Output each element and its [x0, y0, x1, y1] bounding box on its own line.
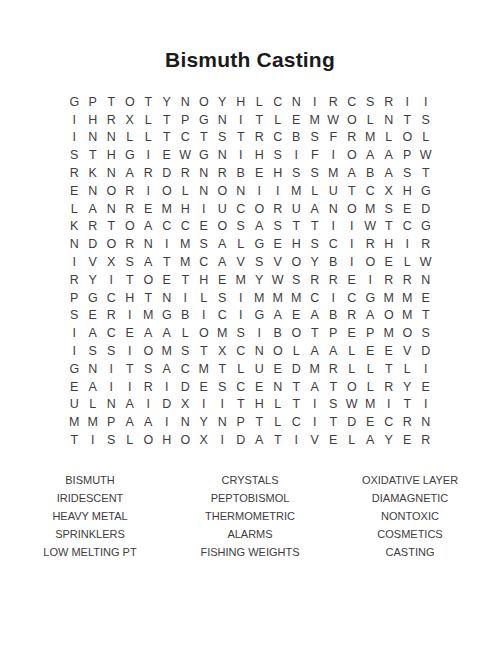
grid-cell-r12c18[interactable]: M — [380, 289, 399, 307]
grid-cell-r4c2[interactable]: T — [84, 146, 103, 164]
grid-cell-r19c6[interactable]: I — [158, 413, 177, 431]
grid-cell-r11c6[interactable]: E — [158, 271, 177, 289]
grid-cell-r7c8[interactable]: I — [195, 200, 214, 218]
grid-cell-r9c17[interactable]: R — [361, 235, 380, 253]
grid-cell-r10c6[interactable]: T — [158, 253, 177, 271]
grid-cell-r1c5[interactable]: T — [139, 93, 158, 111]
grid-cell-r19c20[interactable]: N — [417, 413, 436, 431]
grid-cell-r3c16[interactable]: R — [343, 129, 362, 147]
grid-cell-r16c11[interactable]: U — [250, 360, 269, 378]
grid-cell-r18c16[interactable]: W — [343, 396, 362, 414]
grid-cell-r1c8[interactable]: O — [195, 93, 214, 111]
grid-cell-r8c5[interactable]: A — [139, 218, 158, 236]
grid-cell-r19c12[interactable]: L — [269, 413, 288, 431]
grid-cell-r15c15[interactable]: A — [324, 342, 343, 360]
grid-cell-r20c13[interactable]: I — [287, 431, 306, 449]
grid-cell-r5c1[interactable]: R — [65, 164, 84, 182]
grid-cell-r10c4[interactable]: S — [121, 253, 140, 271]
grid-cell-r16c16[interactable]: L — [343, 360, 362, 378]
grid-cell-r13c2[interactable]: E — [84, 307, 103, 325]
grid-cell-r3c6[interactable]: T — [158, 129, 177, 147]
grid-cell-r7c17[interactable]: M — [361, 200, 380, 218]
grid-cell-r2c13[interactable]: E — [287, 111, 306, 129]
grid-cell-r3c10[interactable]: T — [232, 129, 251, 147]
grid-cell-r10c12[interactable]: V — [269, 253, 288, 271]
grid-cell-r16c7[interactable]: C — [176, 360, 195, 378]
grid-cell-r15c13[interactable]: L — [287, 342, 306, 360]
grid-cell-r13c16[interactable]: R — [343, 307, 362, 325]
grid-cell-r4c7[interactable]: W — [176, 146, 195, 164]
grid-cell-r12c14[interactable]: C — [306, 289, 325, 307]
grid-cell-r10c19[interactable]: L — [398, 253, 417, 271]
grid-cell-r20c11[interactable]: A — [250, 431, 269, 449]
grid-cell-r17c13[interactable]: T — [287, 378, 306, 396]
grid-cell-r17c16[interactable]: O — [343, 378, 362, 396]
grid-cell-r13c3[interactable]: R — [102, 307, 121, 325]
grid-cell-r18c18[interactable]: I — [380, 396, 399, 414]
grid-cell-r12c4[interactable]: H — [121, 289, 140, 307]
grid-cell-r8c7[interactable]: C — [176, 218, 195, 236]
grid-cell-r12c17[interactable]: G — [361, 289, 380, 307]
grid-cell-r18c7[interactable]: X — [176, 396, 195, 414]
grid-cell-r14c12[interactable]: B — [269, 324, 288, 342]
grid-cell-r4c18[interactable]: A — [380, 146, 399, 164]
grid-cell-r12c5[interactable]: T — [139, 289, 158, 307]
grid-cell-r15c2[interactable]: S — [84, 342, 103, 360]
grid-cell-r12c7[interactable]: I — [176, 289, 195, 307]
grid-cell-r15c5[interactable]: O — [139, 342, 158, 360]
grid-cell-r20c19[interactable]: E — [398, 431, 417, 449]
grid-cell-r2c14[interactable]: M — [306, 111, 325, 129]
grid-cell-r9c7[interactable]: M — [176, 235, 195, 253]
grid-cell-r6c8[interactable]: N — [195, 182, 214, 200]
grid-cell-r9c1[interactable]: N — [65, 235, 84, 253]
grid-cell-r12c3[interactable]: C — [102, 289, 121, 307]
grid-cell-r20c7[interactable]: O — [176, 431, 195, 449]
grid-cell-r9c10[interactable]: L — [232, 235, 251, 253]
grid-cell-r16c10[interactable]: L — [232, 360, 251, 378]
grid-cell-r13c5[interactable]: M — [139, 307, 158, 325]
grid-cell-r16c8[interactable]: M — [195, 360, 214, 378]
grid-cell-r19c19[interactable]: R — [398, 413, 417, 431]
grid-cell-r14c13[interactable]: O — [287, 324, 306, 342]
grid-cell-r3c1[interactable]: I — [65, 129, 84, 147]
grid-cell-r9c8[interactable]: S — [195, 235, 214, 253]
grid-cell-r1c19[interactable]: I — [398, 93, 417, 111]
grid-cell-r2c12[interactable]: L — [269, 111, 288, 129]
grid-cell-r3c2[interactable]: N — [84, 129, 103, 147]
grid-cell-r1c7[interactable]: N — [176, 93, 195, 111]
grid-cell-r2c11[interactable]: T — [250, 111, 269, 129]
grid-cell-r20c12[interactable]: T — [269, 431, 288, 449]
grid-cell-r7c13[interactable]: U — [287, 200, 306, 218]
grid-cell-r12c2[interactable]: G — [84, 289, 103, 307]
grid-cell-r3c13[interactable]: B — [287, 129, 306, 147]
grid-cell-r5c18[interactable]: A — [380, 164, 399, 182]
grid-cell-r10c1[interactable]: I — [65, 253, 84, 271]
grid-cell-r3c17[interactable]: M — [361, 129, 380, 147]
grid-cell-r6c5[interactable]: I — [139, 182, 158, 200]
grid-cell-r18c17[interactable]: M — [361, 396, 380, 414]
grid-cell-r16c1[interactable]: G — [65, 360, 84, 378]
grid-cell-r7c15[interactable]: N — [324, 200, 343, 218]
grid-cell-r6c17[interactable]: C — [361, 182, 380, 200]
grid-cell-r13c9[interactable]: C — [213, 307, 232, 325]
grid-cell-r13c6[interactable]: G — [158, 307, 177, 325]
grid-cell-r8c11[interactable]: A — [250, 218, 269, 236]
grid-cell-r11c11[interactable]: Y — [250, 271, 269, 289]
grid-cell-r4c14[interactable]: F — [306, 146, 325, 164]
grid-cell-r18c2[interactable]: L — [84, 396, 103, 414]
grid-cell-r11c8[interactable]: H — [195, 271, 214, 289]
grid-cell-r1c10[interactable]: H — [232, 93, 251, 111]
grid-cell-r11c4[interactable]: T — [121, 271, 140, 289]
grid-cell-r20c17[interactable]: A — [361, 431, 380, 449]
grid-cell-r3c4[interactable]: L — [121, 129, 140, 147]
grid-cell-r14c10[interactable]: S — [232, 324, 251, 342]
grid-cell-r6c7[interactable]: L — [176, 182, 195, 200]
grid-cell-r17c2[interactable]: A — [84, 378, 103, 396]
grid-cell-r13c20[interactable]: T — [417, 307, 436, 325]
grid-cell-r17c5[interactable]: R — [139, 378, 158, 396]
grid-cell-r4c19[interactable]: P — [398, 146, 417, 164]
grid-cell-r14c14[interactable]: T — [306, 324, 325, 342]
grid-cell-r7c20[interactable]: D — [417, 200, 436, 218]
grid-cell-r1c9[interactable]: Y — [213, 93, 232, 111]
grid-cell-r9c11[interactable]: G — [250, 235, 269, 253]
grid-cell-r12c12[interactable]: M — [269, 289, 288, 307]
grid-cell-r18c20[interactable]: I — [417, 396, 436, 414]
grid-cell-r15c9[interactable]: X — [213, 342, 232, 360]
grid-cell-r8c15[interactable]: I — [324, 218, 343, 236]
grid-cell-r16c15[interactable]: R — [324, 360, 343, 378]
grid-cell-r13c13[interactable]: E — [287, 307, 306, 325]
grid-cell-r7c10[interactable]: C — [232, 200, 251, 218]
grid-cell-r3c15[interactable]: F — [324, 129, 343, 147]
grid-cell-r9c5[interactable]: N — [139, 235, 158, 253]
grid-cell-r13c19[interactable]: M — [398, 307, 417, 325]
grid-cell-r16c14[interactable]: M — [306, 360, 325, 378]
grid-cell-r20c16[interactable]: L — [343, 431, 362, 449]
grid-cell-r14c16[interactable]: E — [343, 324, 362, 342]
grid-cell-r6c20[interactable]: G — [417, 182, 436, 200]
grid-cell-r18c14[interactable]: I — [306, 396, 325, 414]
grid-cell-r19c17[interactable]: E — [361, 413, 380, 431]
grid-cell-r10c8[interactable]: C — [195, 253, 214, 271]
grid-cell-r2c16[interactable]: O — [343, 111, 362, 129]
grid-cell-r5c11[interactable]: E — [250, 164, 269, 182]
grid-cell-r11c13[interactable]: S — [287, 271, 306, 289]
grid-cell-r8c16[interactable]: I — [343, 218, 362, 236]
grid-cell-r18c1[interactable]: U — [65, 396, 84, 414]
grid-cell-r13c1[interactable]: S — [65, 307, 84, 325]
grid-cell-r11c3[interactable]: I — [102, 271, 121, 289]
grid-cell-r17c18[interactable]: R — [380, 378, 399, 396]
grid-cell-r18c13[interactable]: T — [287, 396, 306, 414]
grid-cell-r8c14[interactable]: T — [306, 218, 325, 236]
grid-cell-r2c7[interactable]: P — [176, 111, 195, 129]
grid-cell-r11c20[interactable]: N — [417, 271, 436, 289]
grid-cell-r3c3[interactable]: N — [102, 129, 121, 147]
grid-cell-r6c4[interactable]: R — [121, 182, 140, 200]
grid-cell-r4c8[interactable]: G — [195, 146, 214, 164]
grid-cell-r10c13[interactable]: O — [287, 253, 306, 271]
grid-cell-r18c6[interactable]: D — [158, 396, 177, 414]
grid-cell-r8c9[interactable]: O — [213, 218, 232, 236]
grid-cell-r1c6[interactable]: Y — [158, 93, 177, 111]
grid-cell-r10c11[interactable]: S — [250, 253, 269, 271]
grid-cell-r18c8[interactable]: I — [195, 396, 214, 414]
grid-cell-r13c11[interactable]: G — [250, 307, 269, 325]
grid-cell-r4c10[interactable]: I — [232, 146, 251, 164]
grid-cell-r19c16[interactable]: D — [343, 413, 362, 431]
grid-cell-r12c15[interactable]: I — [324, 289, 343, 307]
grid-cell-r5c8[interactable]: N — [195, 164, 214, 182]
grid-cell-r2c9[interactable]: N — [213, 111, 232, 129]
grid-cell-r16c4[interactable]: T — [121, 360, 140, 378]
grid-cell-r10c3[interactable]: X — [102, 253, 121, 271]
grid-cell-r2c19[interactable]: T — [398, 111, 417, 129]
grid-cell-r7c11[interactable]: O — [250, 200, 269, 218]
grid-cell-r2c20[interactable]: S — [417, 111, 436, 129]
grid-cell-r4c5[interactable]: I — [139, 146, 158, 164]
grid-cell-r11c7[interactable]: T — [176, 271, 195, 289]
grid-cell-r18c5[interactable]: I — [139, 396, 158, 414]
grid-cell-r14c19[interactable]: O — [398, 324, 417, 342]
grid-cell-r17c20[interactable]: E — [417, 378, 436, 396]
grid-cell-r1c14[interactable]: I — [306, 93, 325, 111]
grid-cell-r17c14[interactable]: A — [306, 378, 325, 396]
grid-cell-r17c9[interactable]: S — [213, 378, 232, 396]
grid-cell-r19c10[interactable]: P — [232, 413, 251, 431]
grid-cell-r16c2[interactable]: N — [84, 360, 103, 378]
grid-cell-r6c9[interactable]: O — [213, 182, 232, 200]
grid-cell-r10c10[interactable]: V — [232, 253, 251, 271]
grid-cell-r12c6[interactable]: N — [158, 289, 177, 307]
grid-cell-r9c20[interactable]: R — [417, 235, 436, 253]
grid-cell-r4c3[interactable]: H — [102, 146, 121, 164]
grid-cell-r5c3[interactable]: N — [102, 164, 121, 182]
grid-cell-r5c10[interactable]: B — [232, 164, 251, 182]
grid-cell-r7c3[interactable]: N — [102, 200, 121, 218]
grid-cell-r13c7[interactable]: B — [176, 307, 195, 325]
grid-cell-r5c6[interactable]: D — [158, 164, 177, 182]
grid-cell-r17c4[interactable]: I — [121, 378, 140, 396]
grid-cell-r15c19[interactable]: V — [398, 342, 417, 360]
grid-cell-r12c10[interactable]: I — [232, 289, 251, 307]
grid-cell-r19c8[interactable]: Y — [195, 413, 214, 431]
grid-cell-r15c4[interactable]: I — [121, 342, 140, 360]
grid-cell-r2c17[interactable]: L — [361, 111, 380, 129]
grid-cell-r3c12[interactable]: C — [269, 129, 288, 147]
grid-cell-r9c19[interactable]: I — [398, 235, 417, 253]
grid-cell-r10c15[interactable]: B — [324, 253, 343, 271]
grid-cell-r1c18[interactable]: R — [380, 93, 399, 111]
grid-cell-r8c18[interactable]: T — [380, 218, 399, 236]
grid-cell-r3c5[interactable]: L — [139, 129, 158, 147]
grid-cell-r14c1[interactable]: I — [65, 324, 84, 342]
grid-cell-r15c6[interactable]: M — [158, 342, 177, 360]
grid-cell-r4c13[interactable]: I — [287, 146, 306, 164]
grid-cell-r17c15[interactable]: T — [324, 378, 343, 396]
grid-cell-r19c1[interactable]: M — [65, 413, 84, 431]
grid-cell-r1c13[interactable]: N — [287, 93, 306, 111]
grid-cell-r3c8[interactable]: T — [195, 129, 214, 147]
grid-cell-r6c18[interactable]: X — [380, 182, 399, 200]
grid-cell-r5c4[interactable]: A — [121, 164, 140, 182]
grid-cell-r14c4[interactable]: E — [121, 324, 140, 342]
grid-cell-r10c20[interactable]: W — [417, 253, 436, 271]
grid-cell-r18c9[interactable]: I — [213, 396, 232, 414]
grid-cell-r6c3[interactable]: O — [102, 182, 121, 200]
grid-cell-r12c19[interactable]: M — [398, 289, 417, 307]
grid-cell-r1c4[interactable]: O — [121, 93, 140, 111]
grid-cell-r19c3[interactable]: P — [102, 413, 121, 431]
grid-cell-r17c3[interactable]: I — [102, 378, 121, 396]
grid-cell-r20c5[interactable]: O — [139, 431, 158, 449]
grid-cell-r12c8[interactable]: L — [195, 289, 214, 307]
grid-cell-r9c2[interactable]: D — [84, 235, 103, 253]
grid-cell-r20c10[interactable]: D — [232, 431, 251, 449]
grid-cell-r6c19[interactable]: H — [398, 182, 417, 200]
grid-cell-r2c3[interactable]: R — [102, 111, 121, 129]
grid-cell-r19c7[interactable]: N — [176, 413, 195, 431]
grid-cell-r5c17[interactable]: B — [361, 164, 380, 182]
grid-cell-r15c18[interactable]: E — [380, 342, 399, 360]
grid-cell-r6c14[interactable]: L — [306, 182, 325, 200]
grid-cell-r6c10[interactable]: N — [232, 182, 251, 200]
grid-cell-r10c9[interactable]: A — [213, 253, 232, 271]
grid-cell-r5c19[interactable]: S — [398, 164, 417, 182]
grid-cell-r3c11[interactable]: R — [250, 129, 269, 147]
grid-cell-r11c15[interactable]: R — [324, 271, 343, 289]
grid-cell-r18c4[interactable]: A — [121, 396, 140, 414]
grid-cell-r19c11[interactable]: T — [250, 413, 269, 431]
grid-cell-r3c7[interactable]: C — [176, 129, 195, 147]
grid-cell-r4c15[interactable]: I — [324, 146, 343, 164]
grid-cell-r11c2[interactable]: Y — [84, 271, 103, 289]
grid-cell-r10c5[interactable]: A — [139, 253, 158, 271]
grid-cell-r19c15[interactable]: T — [324, 413, 343, 431]
grid-cell-r1c11[interactable]: L — [250, 93, 269, 111]
grid-cell-r6c13[interactable]: M — [287, 182, 306, 200]
grid-cell-r13c14[interactable]: A — [306, 307, 325, 325]
grid-cell-r16c3[interactable]: I — [102, 360, 121, 378]
grid-cell-r9c3[interactable]: O — [102, 235, 121, 253]
grid-cell-r1c1[interactable]: G — [65, 93, 84, 111]
grid-cell-r7c5[interactable]: E — [139, 200, 158, 218]
grid-cell-r19c14[interactable]: I — [306, 413, 325, 431]
grid-cell-r18c12[interactable]: L — [269, 396, 288, 414]
grid-cell-r11c18[interactable]: R — [380, 271, 399, 289]
grid-cell-r20c9[interactable]: I — [213, 431, 232, 449]
grid-cell-r20c3[interactable]: S — [102, 431, 121, 449]
grid-cell-r15c12[interactable]: O — [269, 342, 288, 360]
grid-cell-r5c20[interactable]: T — [417, 164, 436, 182]
grid-cell-r20c14[interactable]: V — [306, 431, 325, 449]
grid-cell-r20c20[interactable]: R — [417, 431, 436, 449]
grid-cell-r6c12[interactable]: I — [269, 182, 288, 200]
grid-cell-r6c6[interactable]: O — [158, 182, 177, 200]
grid-cell-r11c14[interactable]: R — [306, 271, 325, 289]
grid-cell-r11c10[interactable]: M — [232, 271, 251, 289]
grid-cell-r9c13[interactable]: H — [287, 235, 306, 253]
grid-cell-r9c14[interactable]: S — [306, 235, 325, 253]
grid-cell-r4c12[interactable]: S — [269, 146, 288, 164]
grid-cell-r20c15[interactable]: E — [324, 431, 343, 449]
grid-cell-r8c1[interactable]: K — [65, 218, 84, 236]
grid-cell-r2c5[interactable]: L — [139, 111, 158, 129]
grid-cell-r20c8[interactable]: X — [195, 431, 214, 449]
grid-cell-r3c18[interactable]: L — [380, 129, 399, 147]
grid-cell-r9c6[interactable]: I — [158, 235, 177, 253]
grid-cell-r8c3[interactable]: T — [102, 218, 121, 236]
grid-cell-r17c12[interactable]: N — [269, 378, 288, 396]
grid-cell-r5c16[interactable]: A — [343, 164, 362, 182]
grid-cell-r19c2[interactable]: M — [84, 413, 103, 431]
grid-cell-r11c16[interactable]: E — [343, 271, 362, 289]
grid-cell-r12c13[interactable]: M — [287, 289, 306, 307]
grid-cell-r6c1[interactable]: E — [65, 182, 84, 200]
grid-cell-r5c13[interactable]: S — [287, 164, 306, 182]
grid-cell-r7c4[interactable]: R — [121, 200, 140, 218]
grid-cell-r7c19[interactable]: E — [398, 200, 417, 218]
grid-cell-r19c13[interactable]: C — [287, 413, 306, 431]
grid-cell-r15c1[interactable]: I — [65, 342, 84, 360]
grid-cell-r15c10[interactable]: C — [232, 342, 251, 360]
grid-cell-r11c19[interactable]: R — [398, 271, 417, 289]
grid-cell-r5c5[interactable]: R — [139, 164, 158, 182]
grid-cell-r11c17[interactable]: I — [361, 271, 380, 289]
grid-cell-r18c19[interactable]: T — [398, 396, 417, 414]
grid-cell-r3c20[interactable]: L — [417, 129, 436, 147]
grid-cell-r19c4[interactable]: A — [121, 413, 140, 431]
grid-cell-r4c20[interactable]: W — [417, 146, 436, 164]
grid-cell-r5c7[interactable]: R — [176, 164, 195, 182]
grid-cell-r16c6[interactable]: A — [158, 360, 177, 378]
grid-cell-r8c12[interactable]: S — [269, 218, 288, 236]
grid-cell-r16c19[interactable]: L — [398, 360, 417, 378]
grid-cell-r12c9[interactable]: S — [213, 289, 232, 307]
grid-cell-r19c9[interactable]: N — [213, 413, 232, 431]
grid-cell-r17c10[interactable]: C — [232, 378, 251, 396]
grid-cell-r7c12[interactable]: R — [269, 200, 288, 218]
grid-cell-r14c2[interactable]: A — [84, 324, 103, 342]
grid-cell-r15c8[interactable]: T — [195, 342, 214, 360]
grid-cell-r4c4[interactable]: G — [121, 146, 140, 164]
grid-cell-r14c7[interactable]: L — [176, 324, 195, 342]
grid-cell-r1c16[interactable]: C — [343, 93, 362, 111]
grid-cell-r10c17[interactable]: O — [361, 253, 380, 271]
grid-cell-r16c5[interactable]: S — [139, 360, 158, 378]
grid-cell-r11c9[interactable]: E — [213, 271, 232, 289]
grid-cell-r14c9[interactable]: M — [213, 324, 232, 342]
grid-cell-r2c18[interactable]: N — [380, 111, 399, 129]
grid-cell-r11c12[interactable]: W — [269, 271, 288, 289]
grid-cell-r14c20[interactable]: S — [417, 324, 436, 342]
grid-cell-r13c10[interactable]: I — [232, 307, 251, 325]
grid-cell-r9c12[interactable]: E — [269, 235, 288, 253]
grid-cell-r8c10[interactable]: S — [232, 218, 251, 236]
grid-cell-r3c19[interactable]: O — [398, 129, 417, 147]
grid-cell-r12c16[interactable]: C — [343, 289, 362, 307]
grid-cell-r16c18[interactable]: T — [380, 360, 399, 378]
grid-cell-r10c18[interactable]: E — [380, 253, 399, 271]
grid-cell-r6c2[interactable]: N — [84, 182, 103, 200]
grid-cell-r4c9[interactable]: N — [213, 146, 232, 164]
grid-cell-r17c7[interactable]: D — [176, 378, 195, 396]
grid-cell-r7c9[interactable]: U — [213, 200, 232, 218]
